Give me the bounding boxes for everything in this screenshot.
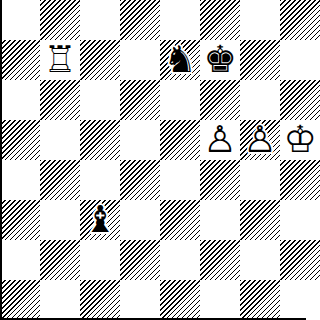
square-f7[interactable]: ♚ (200, 40, 240, 80)
square-a1[interactable] (0, 280, 40, 320)
square-e8[interactable] (160, 0, 200, 40)
square-g7[interactable] (240, 40, 280, 80)
square-e1[interactable] (160, 280, 200, 320)
square-h4[interactable] (280, 160, 320, 200)
square-b2[interactable] (40, 240, 80, 280)
square-d5[interactable] (120, 120, 160, 160)
square-h1[interactable] (280, 280, 320, 320)
square-b5[interactable] (40, 120, 80, 160)
square-c8[interactable] (80, 0, 120, 40)
square-e2[interactable] (160, 240, 200, 280)
square-h8[interactable] (280, 0, 320, 40)
square-b7[interactable]: ♜♖ (40, 40, 80, 80)
square-g8[interactable] (240, 0, 280, 40)
square-e7[interactable]: ♞ (160, 40, 200, 80)
square-g1[interactable] (240, 280, 280, 320)
board-border-left (0, 0, 2, 320)
square-d8[interactable] (120, 0, 160, 40)
square-b3[interactable] (40, 200, 80, 240)
square-g2[interactable] (240, 240, 280, 280)
square-d3[interactable] (120, 200, 160, 240)
square-a4[interactable] (0, 160, 40, 200)
white-pawn-icon: ♟♙ (240, 120, 280, 160)
square-f3[interactable] (200, 200, 240, 240)
square-d7[interactable] (120, 40, 160, 80)
white-king-icon: ♚♔ (280, 120, 320, 160)
square-f4[interactable] (200, 160, 240, 200)
square-b4[interactable] (40, 160, 80, 200)
square-h7[interactable] (280, 40, 320, 80)
white-pawn-icon: ♟♙ (200, 120, 240, 160)
square-d1[interactable] (120, 280, 160, 320)
square-c1[interactable] (80, 280, 120, 320)
square-e4[interactable] (160, 160, 200, 200)
square-c3[interactable]: ♝ (80, 200, 120, 240)
square-h3[interactable] (280, 200, 320, 240)
square-f8[interactable] (200, 0, 240, 40)
square-d2[interactable] (120, 240, 160, 280)
square-c4[interactable] (80, 160, 120, 200)
square-d6[interactable] (120, 80, 160, 120)
square-f1[interactable] (200, 280, 240, 320)
white-rook-icon: ♜♖ (40, 40, 80, 80)
square-g5[interactable]: ♟♙ (240, 120, 280, 160)
square-h6[interactable] (280, 80, 320, 120)
square-b8[interactable] (40, 0, 80, 40)
square-c6[interactable] (80, 80, 120, 120)
square-e3[interactable] (160, 200, 200, 240)
square-f6[interactable] (200, 80, 240, 120)
square-h2[interactable] (280, 240, 320, 280)
square-a2[interactable] (0, 240, 40, 280)
square-g3[interactable] (240, 200, 280, 240)
square-c5[interactable] (80, 120, 120, 160)
square-c7[interactable] (80, 40, 120, 80)
black-king-icon: ♚ (200, 40, 240, 80)
square-b6[interactable] (40, 80, 80, 120)
square-a8[interactable] (0, 0, 40, 40)
square-g4[interactable] (240, 160, 280, 200)
board-grid: ♜♖♞♚♟♙♟♙♚♔♝ (0, 0, 320, 320)
square-b1[interactable] (40, 280, 80, 320)
square-c2[interactable] (80, 240, 120, 280)
square-g6[interactable] (240, 80, 280, 120)
black-knight-icon: ♞ (160, 40, 200, 80)
square-h5[interactable]: ♚♔ (280, 120, 320, 160)
square-a7[interactable] (0, 40, 40, 80)
chessboard: ♜♖♞♚♟♙♟♙♚♔♝ (0, 0, 320, 320)
square-a5[interactable] (0, 120, 40, 160)
square-a3[interactable] (0, 200, 40, 240)
square-d4[interactable] (120, 160, 160, 200)
square-a6[interactable] (0, 80, 40, 120)
square-f5[interactable]: ♟♙ (200, 120, 240, 160)
black-bishop-icon: ♝ (80, 200, 120, 240)
square-f2[interactable] (200, 240, 240, 280)
square-e6[interactable] (160, 80, 200, 120)
square-e5[interactable] (160, 120, 200, 160)
